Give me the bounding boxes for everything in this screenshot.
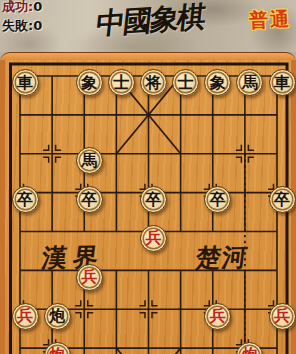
piece-red-soldier[interactable]: 兵 (204, 303, 231, 330)
piece-black-general[interactable]: 将 (140, 69, 167, 96)
xiangqi-app: 成功:0 失敗:0 中國象棋 普通 (0, 0, 296, 354)
piece-black-soldier[interactable]: 卒 (140, 186, 167, 213)
piece-black-horse[interactable]: 馬 (236, 69, 263, 96)
board-grid: 車象士将士象馬車馬卒卒卒卒卒兵兵兵炮兵兵炮炮 (9, 64, 296, 354)
piece-black-elephant[interactable]: 象 (204, 69, 231, 96)
piece-black-advisor[interactable]: 士 (108, 69, 135, 96)
success-counter: 成功:0 (2, 0, 42, 16)
fail-counter: 失敗:0 (2, 16, 42, 35)
piece-black-chariot[interactable]: 車 (12, 69, 39, 96)
piece-black-horse[interactable]: 馬 (76, 147, 103, 174)
app-title: 中國象棋 (80, 0, 221, 52)
board-panel: 漢界 楚河 車象士将士象馬車馬卒卒卒卒卒兵兵兵炮兵兵炮炮 (0, 52, 296, 354)
piece-red-cannon[interactable]: 炮 (236, 342, 263, 354)
header-bar: 成功:0 失敗:0 中國象棋 普通 (0, 0, 296, 52)
difficulty-button[interactable]: 普通 (247, 5, 294, 35)
piece-black-advisor[interactable]: 士 (172, 69, 199, 96)
piece-black-soldier[interactable]: 卒 (12, 186, 39, 213)
piece-red-cannon[interactable]: 炮 (44, 342, 71, 354)
success-value: 0 (33, 0, 42, 14)
fail-value: 0 (33, 18, 42, 33)
piece-black-soldier[interactable]: 卒 (76, 186, 103, 213)
piece-black-soldier[interactable]: 卒 (204, 186, 231, 213)
fail-label: 失敗: (2, 18, 33, 33)
piece-red-soldier[interactable]: 兵 (269, 303, 296, 330)
piece-black-soldier[interactable]: 卒 (269, 186, 296, 213)
piece-red-soldier[interactable]: 兵 (140, 225, 167, 252)
score-panel: 成功:0 失敗:0 (2, 0, 42, 35)
xiangqi-board[interactable]: 漢界 楚河 車象士将士象馬車馬卒卒卒卒卒兵兵兵炮兵兵炮炮 (5, 60, 291, 354)
success-label: 成功: (2, 0, 33, 14)
piece-black-elephant[interactable]: 象 (76, 69, 103, 96)
piece-red-soldier[interactable]: 兵 (12, 303, 39, 330)
piece-black-chariot[interactable]: 車 (269, 69, 296, 96)
piece-black-cannon[interactable]: 炮 (44, 303, 71, 330)
piece-red-soldier[interactable]: 兵 (76, 264, 103, 291)
